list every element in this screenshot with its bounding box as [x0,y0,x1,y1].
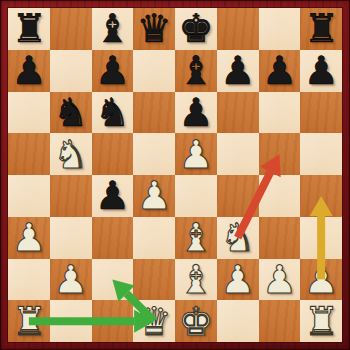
black-bishop-e7[interactable]: ♝ [175,50,217,92]
square-g6[interactable] [259,92,301,134]
square-a7[interactable]: ♟ [8,50,50,92]
square-h3[interactable] [300,217,342,259]
square-a3[interactable]: ♟ [8,217,50,259]
square-b5[interactable]: ♞ [50,133,92,175]
white-pawn-b2[interactable]: ♟ [50,259,92,301]
square-a2[interactable] [8,259,50,301]
square-h1[interactable]: ♜ [300,300,342,342]
square-a8[interactable]: ♜ [8,8,50,50]
square-a4[interactable] [8,175,50,217]
square-a6[interactable] [8,92,50,134]
square-c8[interactable]: ♝ [92,8,134,50]
square-c1[interactable] [92,300,134,342]
square-h6[interactable] [300,92,342,134]
board: ♜♝♛♚♜♟♟♝♟♟♟♞♞♟♞♟♟♟♟♝♞♟♝♟♟♟♜♛♚♜ [8,8,342,342]
black-pawn-c4[interactable]: ♟ [92,175,134,217]
square-g1[interactable] [259,300,301,342]
square-b1[interactable] [50,300,92,342]
square-b8[interactable] [50,8,92,50]
white-pawn-a3[interactable]: ♟ [8,217,50,259]
square-g4[interactable] [259,175,301,217]
square-e4[interactable] [175,175,217,217]
square-h4[interactable] [300,175,342,217]
square-c3[interactable] [92,217,134,259]
square-e2[interactable]: ♝ [175,259,217,301]
square-g2[interactable]: ♟ [259,259,301,301]
square-h8[interactable]: ♜ [300,8,342,50]
square-d6[interactable] [133,92,175,134]
square-f5[interactable] [217,133,259,175]
square-e6[interactable]: ♟ [175,92,217,134]
black-pawn-g7[interactable]: ♟ [259,50,301,92]
white-queen-d1[interactable]: ♛ [133,300,175,342]
square-h7[interactable]: ♟ [300,50,342,92]
square-g7[interactable]: ♟ [259,50,301,92]
square-g3[interactable] [259,217,301,259]
square-e1[interactable]: ♚ [175,300,217,342]
black-king-e8[interactable]: ♚ [175,8,217,50]
square-d4[interactable]: ♟ [133,175,175,217]
square-d3[interactable] [133,217,175,259]
black-pawn-a7[interactable]: ♟ [8,50,50,92]
white-rook-h1[interactable]: ♜ [300,300,342,342]
white-bishop-e2[interactable]: ♝ [175,259,217,301]
square-h2[interactable]: ♟ [300,259,342,301]
black-pawn-h7[interactable]: ♟ [300,50,342,92]
square-d8[interactable]: ♛ [133,8,175,50]
white-pawn-g2[interactable]: ♟ [259,259,301,301]
square-f7[interactable]: ♟ [217,50,259,92]
square-b3[interactable] [50,217,92,259]
black-knight-c6[interactable]: ♞ [92,92,134,134]
square-d7[interactable] [133,50,175,92]
black-rook-h8[interactable]: ♜ [300,8,342,50]
square-c4[interactable]: ♟ [92,175,134,217]
square-h5[interactable] [300,133,342,175]
square-e7[interactable]: ♝ [175,50,217,92]
square-c5[interactable] [92,133,134,175]
black-pawn-c7[interactable]: ♟ [92,50,134,92]
white-rook-a1[interactable]: ♜ [8,300,50,342]
white-knight-b5[interactable]: ♞ [50,133,92,175]
white-king-e1[interactable]: ♚ [175,300,217,342]
black-pawn-e6[interactable]: ♟ [175,92,217,134]
square-c7[interactable]: ♟ [92,50,134,92]
square-c2[interactable] [92,259,134,301]
square-e8[interactable]: ♚ [175,8,217,50]
square-a1[interactable]: ♜ [8,300,50,342]
square-b7[interactable] [50,50,92,92]
square-a5[interactable] [8,133,50,175]
black-pawn-f7[interactable]: ♟ [217,50,259,92]
square-b2[interactable]: ♟ [50,259,92,301]
white-pawn-h2[interactable]: ♟ [300,259,342,301]
black-bishop-c8[interactable]: ♝ [92,8,134,50]
square-d2[interactable] [133,259,175,301]
square-d5[interactable] [133,133,175,175]
square-g5[interactable] [259,133,301,175]
square-d1[interactable]: ♛ [133,300,175,342]
square-f1[interactable] [217,300,259,342]
square-f8[interactable] [217,8,259,50]
square-b6[interactable]: ♞ [50,92,92,134]
square-e5[interactable]: ♟ [175,133,217,175]
white-bishop-e3[interactable]: ♝ [175,217,217,259]
square-f6[interactable] [217,92,259,134]
chess-board-frame: ♜♝♛♚♜♟♟♝♟♟♟♞♞♟♞♟♟♟♟♝♞♟♝♟♟♟♜♛♚♜ [0,0,350,350]
white-pawn-e5[interactable]: ♟ [175,133,217,175]
square-c6[interactable]: ♞ [92,92,134,134]
white-knight-f3[interactable]: ♞ [217,217,259,259]
white-pawn-d4[interactable]: ♟ [133,175,175,217]
square-e3[interactable]: ♝ [175,217,217,259]
black-knight-b6[interactable]: ♞ [50,92,92,134]
white-pawn-f2[interactable]: ♟ [217,259,259,301]
square-b4[interactable] [50,175,92,217]
square-g8[interactable] [259,8,301,50]
black-rook-a8[interactable]: ♜ [8,8,50,50]
black-queen-d8[interactable]: ♛ [133,8,175,50]
square-f3[interactable]: ♞ [217,217,259,259]
square-f2[interactable]: ♟ [217,259,259,301]
square-f4[interactable] [217,175,259,217]
